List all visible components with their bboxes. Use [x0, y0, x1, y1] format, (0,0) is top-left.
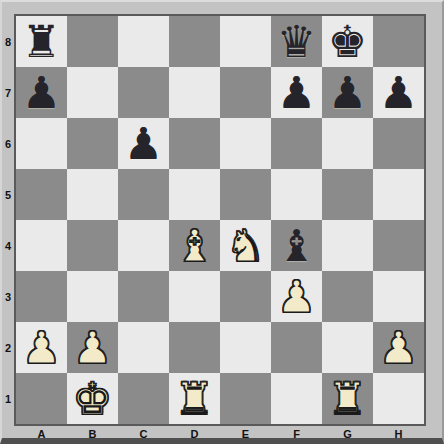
- square-h6[interactable]: [373, 118, 424, 169]
- square-c2[interactable]: [118, 322, 169, 373]
- square-f3[interactable]: ♟: [271, 271, 322, 322]
- square-f2[interactable]: [271, 322, 322, 373]
- black-pawn-piece: ♟: [328, 67, 367, 118]
- square-g4[interactable]: [322, 220, 373, 271]
- square-f7[interactable]: ♟: [271, 67, 322, 118]
- square-b2[interactable]: ♟: [67, 322, 118, 373]
- square-f6[interactable]: [271, 118, 322, 169]
- square-d5[interactable]: [169, 169, 220, 220]
- square-d7[interactable]: [169, 67, 220, 118]
- rank-label-5: 5: [2, 169, 14, 220]
- file-labels: ABCDEFGH: [16, 428, 424, 440]
- square-b7[interactable]: [67, 67, 118, 118]
- square-e3[interactable]: [220, 271, 271, 322]
- white-king-piece: ♚: [73, 373, 112, 424]
- black-pawn-piece: ♟: [379, 67, 418, 118]
- square-a8[interactable]: ♜: [16, 16, 67, 67]
- square-g6[interactable]: [322, 118, 373, 169]
- square-d8[interactable]: [169, 16, 220, 67]
- square-e8[interactable]: [220, 16, 271, 67]
- square-a6[interactable]: [16, 118, 67, 169]
- white-rook-piece: ♜: [175, 373, 214, 424]
- square-c8[interactable]: [118, 16, 169, 67]
- square-d1[interactable]: ♜: [169, 373, 220, 424]
- square-e2[interactable]: [220, 322, 271, 373]
- black-queen-piece: ♛: [277, 16, 316, 67]
- white-knight-piece: ♞: [226, 220, 265, 271]
- rank-label-2: 2: [2, 322, 14, 373]
- rank-label-7: 7: [2, 67, 14, 118]
- square-f1[interactable]: [271, 373, 322, 424]
- square-a7[interactable]: ♟: [16, 67, 67, 118]
- square-b4[interactable]: [67, 220, 118, 271]
- square-b6[interactable]: [67, 118, 118, 169]
- square-h3[interactable]: [373, 271, 424, 322]
- black-pawn-piece: ♟: [277, 67, 316, 118]
- file-label-h: H: [373, 428, 424, 440]
- square-d3[interactable]: [169, 271, 220, 322]
- square-f8[interactable]: ♛: [271, 16, 322, 67]
- white-pawn-piece: ♟: [22, 322, 61, 373]
- square-h4[interactable]: [373, 220, 424, 271]
- black-pawn-piece: ♟: [124, 118, 163, 169]
- file-label-c: C: [118, 428, 169, 440]
- square-d4[interactable]: ♝: [169, 220, 220, 271]
- white-pawn-piece: ♟: [73, 322, 112, 373]
- square-d2[interactable]: [169, 322, 220, 373]
- square-c6[interactable]: ♟: [118, 118, 169, 169]
- square-d6[interactable]: [169, 118, 220, 169]
- square-b1[interactable]: ♚: [67, 373, 118, 424]
- square-c1[interactable]: [118, 373, 169, 424]
- square-c3[interactable]: [118, 271, 169, 322]
- square-g7[interactable]: ♟: [322, 67, 373, 118]
- file-label-a: A: [16, 428, 67, 440]
- black-bishop-piece: ♝: [277, 220, 316, 271]
- square-f4[interactable]: ♝: [271, 220, 322, 271]
- black-king-piece: ♚: [328, 16, 367, 67]
- square-a2[interactable]: ♟: [16, 322, 67, 373]
- square-g5[interactable]: [322, 169, 373, 220]
- square-b5[interactable]: [67, 169, 118, 220]
- chess-board: ♜♛♚♟♟♟♟♟♝♞♝♟♟♟♟♚♜♜: [14, 14, 426, 426]
- file-label-b: B: [67, 428, 118, 440]
- square-a5[interactable]: [16, 169, 67, 220]
- square-f5[interactable]: [271, 169, 322, 220]
- rank-labels: 87654321: [2, 16, 14, 424]
- file-label-d: D: [169, 428, 220, 440]
- square-h1[interactable]: [373, 373, 424, 424]
- white-rook-piece: ♜: [328, 373, 367, 424]
- square-c5[interactable]: [118, 169, 169, 220]
- square-c7[interactable]: [118, 67, 169, 118]
- square-e6[interactable]: [220, 118, 271, 169]
- rank-label-1: 1: [2, 373, 14, 424]
- square-h2[interactable]: ♟: [373, 322, 424, 373]
- square-h7[interactable]: ♟: [373, 67, 424, 118]
- white-pawn-piece: ♟: [379, 322, 418, 373]
- square-b8[interactable]: [67, 16, 118, 67]
- square-e5[interactable]: [220, 169, 271, 220]
- rank-label-3: 3: [2, 271, 14, 322]
- square-h8[interactable]: [373, 16, 424, 67]
- square-a4[interactable]: [16, 220, 67, 271]
- black-rook-piece: ♜: [22, 16, 61, 67]
- rank-label-4: 4: [2, 220, 14, 271]
- black-pawn-piece: ♟: [22, 67, 61, 118]
- file-label-f: F: [271, 428, 322, 440]
- white-bishop-piece: ♝: [175, 220, 214, 271]
- square-g3[interactable]: [322, 271, 373, 322]
- white-pawn-piece: ♟: [277, 271, 316, 322]
- square-b3[interactable]: [67, 271, 118, 322]
- rank-label-8: 8: [2, 16, 14, 67]
- rank-label-6: 6: [2, 118, 14, 169]
- square-g1[interactable]: ♜: [322, 373, 373, 424]
- square-c4[interactable]: [118, 220, 169, 271]
- chess-diagram: 87654321 ♜♛♚♟♟♟♟♟♝♞♝♟♟♟♟♚♜♜ ABCDEFGH: [0, 0, 444, 444]
- square-a3[interactable]: [16, 271, 67, 322]
- square-g8[interactable]: ♚: [322, 16, 373, 67]
- square-a1[interactable]: [16, 373, 67, 424]
- square-g2[interactable]: [322, 322, 373, 373]
- square-e7[interactable]: [220, 67, 271, 118]
- file-label-e: E: [220, 428, 271, 440]
- square-e4[interactable]: ♞: [220, 220, 271, 271]
- square-e1[interactable]: [220, 373, 271, 424]
- file-label-g: G: [322, 428, 373, 440]
- square-h5[interactable]: [373, 169, 424, 220]
